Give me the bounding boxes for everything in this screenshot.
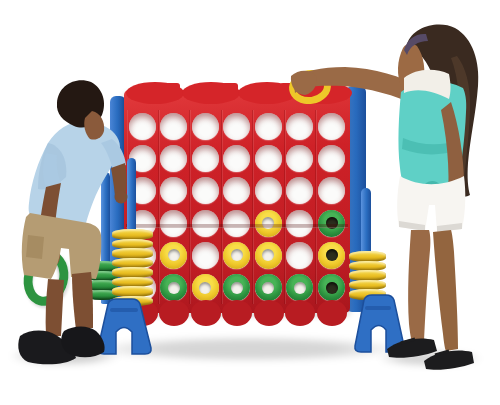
product-photo-scene xyxy=(0,0,500,405)
cell-r3-c2 xyxy=(159,175,191,207)
cell-r6-c2 xyxy=(159,271,191,303)
green-disc xyxy=(255,274,282,301)
cell-r5-c5 xyxy=(253,239,285,271)
hole xyxy=(255,177,282,204)
hole xyxy=(223,145,250,172)
cell-r1-c3 xyxy=(190,110,222,142)
boy-leg xyxy=(46,279,64,336)
boy-shoe xyxy=(61,327,104,358)
boy-figure xyxy=(8,73,138,373)
hole xyxy=(192,145,219,172)
girl-leg xyxy=(433,230,458,351)
hole xyxy=(255,274,282,301)
cell-r2-c3 xyxy=(190,142,222,174)
bottom-scallop xyxy=(254,300,284,326)
cell-r6-c3 xyxy=(190,271,222,303)
cell-r3-c5 xyxy=(253,175,285,207)
cell-r2-c5 xyxy=(253,142,285,174)
hole xyxy=(192,113,219,140)
bottom-scallop xyxy=(191,300,221,326)
bottom-scallop xyxy=(222,300,252,326)
yellow-disc xyxy=(223,242,250,269)
hole xyxy=(160,145,187,172)
top-tab xyxy=(164,83,180,93)
boy-hand xyxy=(115,191,128,204)
yellow-disc xyxy=(160,242,187,269)
hole xyxy=(255,242,282,269)
hole xyxy=(160,113,187,140)
boy-leg xyxy=(72,272,93,330)
hole xyxy=(192,242,219,269)
cell-r6-c4 xyxy=(222,271,254,303)
hole xyxy=(223,113,250,140)
cell-r6-c5 xyxy=(253,271,285,303)
bottom-scallop xyxy=(159,300,189,326)
hole xyxy=(192,177,219,204)
hole xyxy=(255,145,282,172)
cell-r3-c3 xyxy=(190,175,222,207)
cell-r5-c2 xyxy=(159,239,191,271)
girl-leg xyxy=(408,230,430,341)
cell-r2-c4 xyxy=(222,142,254,174)
hole xyxy=(160,177,187,204)
yellow-disc xyxy=(192,274,219,301)
top-tab xyxy=(222,83,238,93)
cell-r5-c3 xyxy=(190,239,222,271)
green-disc xyxy=(160,274,187,301)
hole xyxy=(160,242,187,269)
hole xyxy=(223,242,250,269)
girl-sandal xyxy=(424,350,474,369)
girl-hand xyxy=(291,71,317,95)
hole xyxy=(192,274,219,301)
hole xyxy=(223,274,250,301)
cell-r2-c2 xyxy=(159,142,191,174)
hole xyxy=(223,177,250,204)
girl-figure xyxy=(283,18,488,374)
hole xyxy=(255,113,282,140)
cell-r1-c2 xyxy=(159,110,191,142)
green-disc xyxy=(223,274,250,301)
cell-r1-c5 xyxy=(253,110,285,142)
yellow-disc xyxy=(255,242,282,269)
cell-r3-c4 xyxy=(222,175,254,207)
cell-r5-c4 xyxy=(222,239,254,271)
hole xyxy=(160,274,187,301)
cell-r1-c4 xyxy=(222,110,254,142)
